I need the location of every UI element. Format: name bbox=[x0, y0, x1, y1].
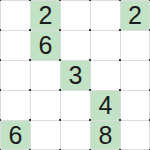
empty-cell-r2c3[interactable] bbox=[90, 60, 120, 90]
empty-cell-r3c0[interactable] bbox=[0, 90, 30, 120]
empty-cell-r1c3[interactable] bbox=[90, 30, 120, 60]
given-cell-r4c3: 8 bbox=[90, 120, 120, 150]
empty-cell-r1c0[interactable] bbox=[0, 30, 30, 60]
empty-cell-r1c4[interactable] bbox=[120, 30, 150, 60]
empty-cell-r2c1[interactable] bbox=[30, 60, 60, 90]
given-cell-r4c0: 6 bbox=[0, 120, 30, 150]
empty-cell-r4c4[interactable] bbox=[120, 120, 150, 150]
empty-cell-r3c1[interactable] bbox=[30, 90, 60, 120]
given-cell-r3c3: 4 bbox=[90, 90, 120, 120]
empty-cell-r0c2[interactable] bbox=[60, 0, 90, 30]
puzzle-grid: 2263468 bbox=[0, 0, 150, 150]
empty-cell-r2c4[interactable] bbox=[120, 60, 150, 90]
empty-cell-r4c1[interactable] bbox=[30, 120, 60, 150]
puzzle-board: 2263468 bbox=[0, 0, 150, 150]
given-cell-r1c1: 6 bbox=[30, 30, 60, 60]
empty-cell-r1c2[interactable] bbox=[60, 30, 90, 60]
empty-cell-r0c3[interactable] bbox=[90, 0, 120, 30]
empty-cell-r2c0[interactable] bbox=[0, 60, 30, 90]
empty-cell-r3c2[interactable] bbox=[60, 90, 90, 120]
empty-cell-r4c2[interactable] bbox=[60, 120, 90, 150]
given-cell-r0c1: 2 bbox=[30, 0, 60, 30]
given-cell-r2c2: 3 bbox=[60, 60, 90, 90]
empty-cell-r3c4[interactable] bbox=[120, 90, 150, 120]
given-cell-r0c4: 2 bbox=[120, 0, 150, 30]
empty-cell-r0c0[interactable] bbox=[0, 0, 30, 30]
